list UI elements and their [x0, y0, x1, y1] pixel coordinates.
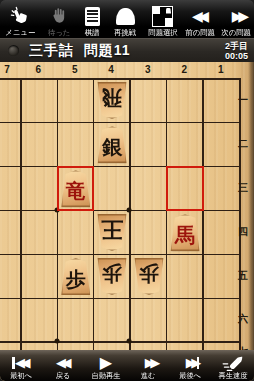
piece-kanji: 歩	[102, 264, 122, 284]
hoshi-dot	[54, 339, 59, 344]
board-grid-line	[0, 78, 241, 80]
rank-coordinate-label: 一	[238, 93, 248, 107]
skip-to-end-label: 最後へ	[180, 371, 202, 379]
next-problem-label: 次の問題	[221, 28, 251, 36]
board-grid-line	[166, 78, 168, 381]
move-and-timer: 2手目 00:05	[225, 41, 248, 61]
timer: 00:05	[225, 51, 248, 61]
bottom-toolbar: ◀◀ 最初へ ◀◀ 戻る ▶ 自動再生 ▶▶ 進む ▶▶ 最後へ	[0, 350, 254, 381]
board-grid-line	[93, 78, 95, 381]
retry-piece-icon	[116, 4, 135, 28]
shogi-piece-4二[interactable]: 銀	[97, 126, 127, 163]
board-grid-line	[57, 78, 59, 381]
piece-kanji: 飛	[102, 88, 122, 108]
rank-coordinate-label: 三	[238, 181, 248, 195]
prev-double-arrow-icon: ◀◀	[192, 4, 209, 28]
rank-coordinate-label: 四	[238, 225, 248, 239]
piece-kanji: 歩	[139, 264, 159, 284]
app-screen: メニュー 待った 棋譜 再挑戦 問題選択	[0, 0, 254, 381]
hoshi-dot	[127, 207, 132, 212]
board-grid-line	[202, 78, 204, 381]
board-grid-line	[0, 166, 241, 168]
shogi-piece-3五[interactable]: 歩	[134, 258, 164, 295]
menu-label: メニュー	[6, 28, 36, 36]
skip-to-end-button[interactable]: ▶▶ 最後へ	[169, 350, 211, 381]
piece-kanji: 王	[101, 219, 123, 241]
problem-number: 問題11	[84, 42, 131, 58]
shogi-piece-5五[interactable]: 歩	[61, 258, 91, 295]
board-grid-line	[0, 341, 241, 343]
rank-coordinate-label: 二	[238, 137, 248, 151]
shogi-piece-4四[interactable]: 王	[97, 214, 127, 251]
file-coordinate-label: 2	[182, 64, 188, 75]
autoplay-button[interactable]: ▶ 自動再生	[85, 350, 127, 381]
retry-button[interactable]: 再挑戦	[107, 0, 143, 38]
next-double-arrow-icon: ▶▶	[228, 4, 245, 28]
rewind-icon: ◀◀	[56, 354, 71, 371]
forward-label: 進む	[141, 371, 156, 379]
palm-hand-icon	[49, 4, 69, 28]
undo-button[interactable]: 待った	[41, 0, 77, 38]
piece-kanji: 竜	[66, 181, 86, 201]
info-bar: 三手詰 問題11 2手目 00:05	[0, 38, 254, 62]
file-coordinate-label: 7	[4, 64, 10, 75]
problem-select-label: 問題選択	[148, 28, 177, 36]
autoplay-label: 自動再生	[91, 371, 120, 379]
board-grid-line	[0, 122, 241, 124]
problem-type: 三手詰	[29, 42, 74, 58]
problem-select-button[interactable]: 問題選択	[143, 0, 182, 38]
board-grid-line	[0, 298, 241, 300]
rewind-button[interactable]: ◀◀ 戻る	[42, 350, 84, 381]
file-coordinate-label: 4	[108, 64, 114, 75]
hand-pointer-icon	[10, 4, 31, 28]
file-coordinate-label: 5	[72, 64, 78, 75]
playback-speed-label: 再生速度	[218, 371, 247, 379]
hoshi-dot	[127, 339, 132, 344]
shogi-piece-4一[interactable]: 飛	[97, 82, 127, 119]
shogi-board[interactable]: 7654321一二三四五六七飛銀竜王馬歩歩歩	[0, 62, 254, 381]
undo-label: 待った	[48, 28, 70, 36]
rewind-label: 戻る	[56, 371, 71, 379]
next-problem-button[interactable]: ▶▶ 次の問題	[218, 0, 254, 38]
kifu-button[interactable]: 棋譜	[77, 0, 107, 38]
problem-title: 三手詰 問題11	[29, 42, 131, 60]
board-grid-line	[129, 78, 131, 381]
skip-to-start-button[interactable]: ◀◀ 最初へ	[0, 350, 42, 381]
rank-coordinate-label: 六	[238, 312, 248, 326]
top-toolbar: メニュー 待った 棋譜 再挑戦 問題選択	[0, 0, 254, 38]
board-grid-line	[0, 210, 241, 212]
retry-label: 再挑戦	[114, 28, 136, 36]
kifu-document-icon	[85, 4, 100, 28]
skip-to-start-label: 最初へ	[10, 371, 32, 379]
skip-to-end-icon: ▶▶	[182, 354, 200, 371]
move-counter: 2手目	[225, 41, 248, 51]
menu-button[interactable]: メニュー	[0, 0, 41, 38]
last-move-highlight-square[interactable]	[166, 166, 204, 211]
problem-select-grid-icon	[152, 4, 173, 28]
forward-button[interactable]: ▶▶ 進む	[127, 350, 169, 381]
playback-speed-button[interactable]: 再生速度	[212, 350, 254, 381]
speed-rocket-icon	[221, 354, 245, 371]
shogi-piece-2四[interactable]: 馬	[170, 214, 200, 251]
play-icon: ▶	[100, 354, 112, 371]
shogi-piece-4五[interactable]: 歩	[97, 258, 127, 295]
file-coordinate-label: 3	[145, 64, 151, 75]
prev-problem-button[interactable]: ◀◀ 前の問題	[182, 0, 218, 38]
kifu-label: 棋譜	[85, 28, 100, 36]
file-coordinate-label: 6	[36, 64, 42, 75]
status-led	[8, 45, 19, 56]
rank-coordinate-label: 五	[238, 269, 248, 283]
skip-to-start-icon: ◀◀	[12, 354, 30, 371]
piece-kanji: 歩	[66, 269, 86, 289]
board-grid-line	[20, 78, 22, 381]
file-coordinate-label: 1	[218, 64, 224, 75]
fast-forward-icon: ▶▶	[141, 354, 156, 371]
piece-kanji: 銀	[102, 137, 122, 157]
board-grid-line	[0, 254, 241, 256]
prev-problem-label: 前の問題	[186, 28, 216, 36]
piece-kanji: 馬	[175, 225, 195, 245]
